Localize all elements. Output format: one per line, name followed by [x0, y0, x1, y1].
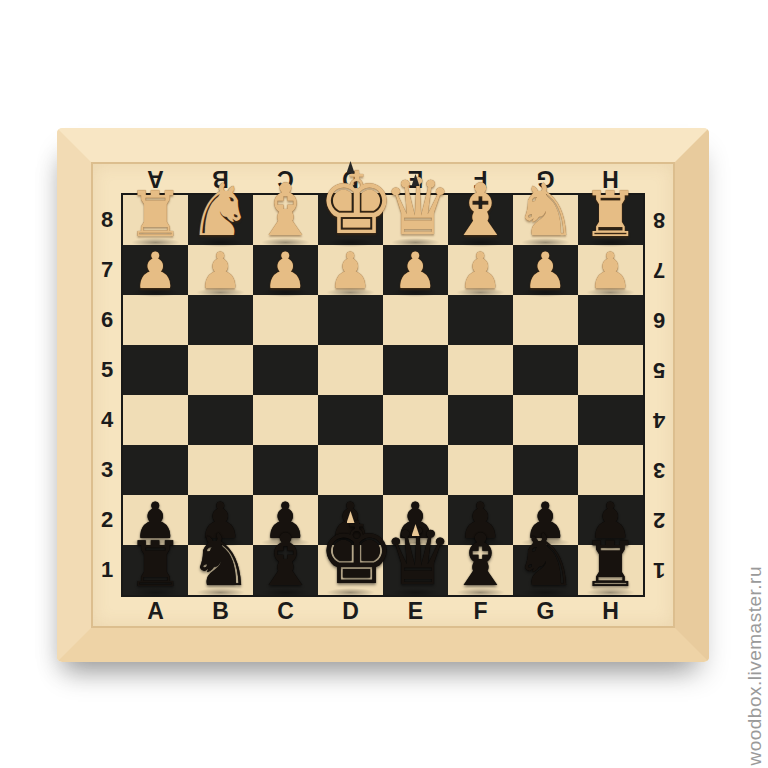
piece-white-pawn-f7[interactable]: ♟	[448, 246, 513, 296]
piece-white-pawn-c7[interactable]: ♟	[253, 246, 318, 296]
piece-shadow	[131, 288, 180, 297]
rook-glyph: ♜	[127, 183, 183, 246]
file-label-bottom-A: A	[123, 597, 188, 626]
square-h4[interactable]	[578, 395, 643, 445]
piece-white-pawn-h7[interactable]: ♟	[578, 246, 643, 296]
piece-black-king-d1[interactable]: ♚	[318, 510, 383, 596]
rook-glyph: ♜	[582, 183, 638, 246]
piece-black-knight-b1[interactable]: ♞	[188, 524, 253, 596]
piece-white-king-d8[interactable]: ♚	[318, 160, 383, 246]
watermark-text: woodbox.livemaster.ru	[744, 566, 766, 766]
piece-shadow	[391, 588, 440, 597]
piece-shadow	[196, 288, 245, 297]
rank-label-left-6: 6	[93, 295, 121, 345]
piece-shadow	[456, 288, 505, 297]
board-surface: 8765432187654321ABCDEFGHABCDEFGH ♜♞♝♚♛♝♞…	[93, 164, 673, 626]
knight-glyph: ♞	[188, 174, 253, 246]
square-d6[interactable]	[318, 295, 383, 345]
piece-white-bishop-c8[interactable]: ♝	[253, 174, 318, 246]
square-b3[interactable]	[188, 445, 253, 495]
piece-shadow	[326, 588, 375, 597]
square-d3[interactable]	[318, 445, 383, 495]
square-a4[interactable]	[123, 395, 188, 445]
bishop-glyph: ♝	[448, 174, 513, 246]
piece-shadow	[586, 288, 635, 297]
bishop-glyph: ♝	[253, 174, 318, 246]
square-c4[interactable]	[253, 395, 318, 445]
piece-white-rook-h8[interactable]: ♜	[578, 183, 643, 246]
piece-black-bishop-f1[interactable]: ♝	[448, 524, 513, 596]
square-b4[interactable]	[188, 395, 253, 445]
square-d4[interactable]	[318, 395, 383, 445]
rank-label-left-1: 1	[93, 545, 121, 595]
piece-white-queen-e8[interactable]: ♛	[383, 168, 448, 246]
rank-label-right-3: 3	[645, 445, 673, 495]
piece-white-pawn-e7[interactable]: ♟	[383, 246, 448, 296]
square-a5[interactable]	[123, 345, 188, 395]
square-e6[interactable]	[383, 295, 448, 345]
square-f5[interactable]	[448, 345, 513, 395]
rank-label-right-6: 6	[645, 295, 673, 345]
square-e5[interactable]	[383, 345, 448, 395]
rank-label-left-5: 5	[93, 345, 121, 395]
piece-black-rook-a1[interactable]: ♜	[123, 533, 188, 596]
square-a3[interactable]	[123, 445, 188, 495]
piece-shadow	[196, 588, 245, 597]
piece-white-bishop-f8[interactable]: ♝	[448, 174, 513, 246]
piece-shadow	[586, 588, 635, 597]
square-f6[interactable]	[448, 295, 513, 345]
queen-glyph: ♛	[383, 518, 453, 596]
piece-white-pawn-a7[interactable]: ♟	[123, 246, 188, 296]
file-label-bottom-H: H	[578, 597, 643, 626]
rank-label-left-4: 4	[93, 395, 121, 445]
square-g4[interactable]	[513, 395, 578, 445]
bishop-glyph: ♝	[253, 524, 318, 596]
square-e4[interactable]	[383, 395, 448, 445]
knight-glyph: ♞	[188, 524, 253, 596]
queen-glyph: ♛	[383, 168, 453, 246]
rank-label-right-5: 5	[645, 345, 673, 395]
square-h6[interactable]	[578, 295, 643, 345]
bishop-glyph: ♝	[448, 524, 513, 596]
rank-label-right-8: 8	[645, 195, 673, 245]
square-g5[interactable]	[513, 345, 578, 395]
piece-shadow	[391, 288, 440, 297]
piece-white-pawn-d7[interactable]: ♟	[318, 246, 383, 296]
piece-black-bishop-c1[interactable]: ♝	[253, 524, 318, 596]
square-b5[interactable]	[188, 345, 253, 395]
piece-white-rook-a8[interactable]: ♜	[123, 183, 188, 246]
piece-shadow	[326, 288, 375, 297]
rook-glyph: ♜	[127, 533, 183, 596]
square-c5[interactable]	[253, 345, 318, 395]
square-c6[interactable]	[253, 295, 318, 345]
square-g3[interactable]	[513, 445, 578, 495]
square-f3[interactable]	[448, 445, 513, 495]
knight-glyph: ♞	[513, 174, 578, 246]
piece-shadow	[521, 588, 570, 597]
knight-glyph: ♞	[513, 524, 578, 596]
square-h5[interactable]	[578, 345, 643, 395]
square-h3[interactable]	[578, 445, 643, 495]
piece-black-queen-e1[interactable]: ♛	[383, 518, 448, 596]
rank-label-right-2: 2	[645, 495, 673, 545]
rook-glyph: ♜	[582, 533, 638, 596]
piece-shadow	[521, 288, 570, 297]
square-d5[interactable]	[318, 345, 383, 395]
rank-label-right-7: 7	[645, 245, 673, 295]
rank-label-left-2: 2	[93, 495, 121, 545]
square-g6[interactable]	[513, 295, 578, 345]
rank-label-left-8: 8	[93, 195, 121, 245]
rank-label-right-1: 1	[645, 545, 673, 595]
piece-white-pawn-b7[interactable]: ♟	[188, 246, 253, 296]
product-photo-scene: 8765432187654321ABCDEFGHABCDEFGH ♜♞♝♚♛♝♞…	[0, 0, 768, 768]
square-a6[interactable]	[123, 295, 188, 345]
square-b6[interactable]	[188, 295, 253, 345]
piece-shadow	[261, 588, 310, 597]
square-f4[interactable]	[448, 395, 513, 445]
piece-shadow	[131, 588, 180, 597]
piece-black-knight-g1[interactable]: ♞	[513, 524, 578, 596]
board-frame: 8765432187654321ABCDEFGHABCDEFGH ♜♞♝♚♛♝♞…	[57, 128, 709, 662]
piece-shadow	[456, 588, 505, 597]
square-e3[interactable]	[383, 445, 448, 495]
rank-label-left-7: 7	[93, 245, 121, 295]
piece-white-knight-g8[interactable]: ♞	[513, 174, 578, 246]
rank-label-left-3: 3	[93, 445, 121, 495]
rank-label-right-4: 4	[645, 395, 673, 445]
square-c3[interactable]	[253, 445, 318, 495]
piece-black-rook-h1[interactable]: ♜	[578, 533, 643, 596]
piece-shadow	[261, 288, 310, 297]
piece-white-pawn-g7[interactable]: ♟	[513, 246, 578, 296]
piece-white-knight-b8[interactable]: ♞	[188, 174, 253, 246]
